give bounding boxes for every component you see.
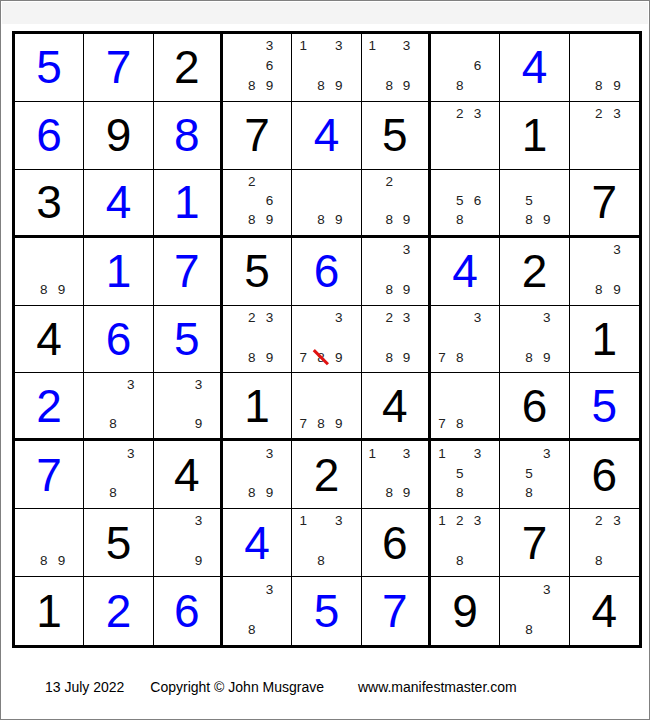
cell-r3c5[interactable]: 89 (292, 170, 361, 238)
cell-r7c9[interactable]: 6 (570, 441, 639, 509)
cell-r2c2[interactable]: 9 (84, 102, 153, 170)
given-digit: 1 (15, 577, 83, 645)
candidate-5 (312, 328, 330, 348)
candidate-5 (451, 56, 469, 76)
cell-r5c3[interactable]: 5 (154, 306, 223, 374)
candidate-7 (433, 210, 451, 229)
candidate-grid: 3689 (223, 34, 291, 101)
candidate-3 (608, 36, 626, 56)
candidate-6 (330, 328, 348, 348)
given-digit: 6 (500, 373, 568, 438)
candidate-3 (469, 172, 487, 191)
candidate-4 (502, 191, 520, 210)
candidate-9 (538, 620, 556, 640)
candidate-7 (17, 280, 35, 300)
candidate-grid: 38 (500, 577, 568, 645)
candidate-1 (294, 308, 312, 328)
candidate-grid: 589 (500, 170, 568, 235)
candidate-6 (398, 463, 415, 483)
candidate-2 (312, 511, 330, 531)
cell-r4c9[interactable]: 389 (570, 238, 639, 306)
candidate-3: 3 (261, 579, 279, 599)
cell-r1c4[interactable]: 3689 (223, 34, 292, 102)
candidate-6 (53, 531, 71, 551)
candidate-grid: 39 (154, 373, 220, 438)
cell-r2c8[interactable]: 1 (500, 102, 569, 170)
candidate-6 (190, 395, 207, 414)
candidate-7 (502, 620, 520, 640)
candidate-1 (502, 579, 520, 599)
candidate-7 (502, 483, 520, 503)
candidate-3: 3 (398, 443, 415, 463)
candidate-4 (225, 56, 243, 76)
candidate-3: 3 (538, 443, 556, 463)
cell-r2c7[interactable]: 23 (431, 102, 500, 170)
candidate-9: 9 (330, 210, 348, 229)
candidate-3: 3 (190, 511, 207, 531)
candidate-3: 3 (469, 443, 487, 463)
solved-digit: 7 (84, 34, 152, 101)
candidate-7 (294, 551, 312, 571)
candidate-2 (381, 443, 398, 463)
candidate-3: 3 (469, 511, 487, 531)
candidate-9: 9 (398, 483, 415, 503)
candidate-4 (294, 191, 312, 210)
candidate-3: 3 (330, 308, 348, 328)
cell-r8c9[interactable]: 238 (570, 509, 639, 577)
candidate-2 (312, 375, 330, 394)
cell-r3c3[interactable]: 1 (154, 170, 223, 238)
candidate-6 (122, 395, 140, 414)
candidate-grid: 1389 (362, 441, 428, 508)
candidate-7 (364, 483, 381, 503)
candidate-5 (312, 395, 330, 414)
cell-r6c1[interactable]: 2 (15, 373, 84, 441)
candidate-5 (243, 463, 261, 483)
candidate-8: 8 (590, 551, 608, 571)
candidate-1 (225, 172, 243, 191)
cell-r3c4[interactable]: 2689 (223, 170, 292, 238)
candidate-4 (364, 328, 381, 348)
candidate-9: 9 (261, 347, 279, 367)
cell-r2c3[interactable]: 8 (154, 102, 223, 170)
candidate-7 (572, 76, 590, 96)
candidate-grid: 389 (223, 441, 291, 508)
given-digit: 1 (570, 306, 639, 373)
cell-r3c6[interactable]: 289 (362, 170, 431, 238)
candidate-4 (294, 395, 312, 414)
given-digit: 7 (570, 170, 639, 235)
cell-r6c6[interactable]: 4 (362, 373, 431, 441)
candidate-4 (433, 395, 451, 414)
cell-r5c9[interactable]: 1 (570, 306, 639, 374)
cell-r9c8[interactable]: 38 (500, 577, 569, 645)
candidate-7 (364, 210, 381, 229)
cell-r3c2[interactable]: 4 (84, 170, 153, 238)
candidate-2: 2 (243, 172, 261, 191)
candidate-9: 9 (398, 280, 415, 300)
candidate-2 (451, 308, 469, 328)
cell-r7c6[interactable]: 1389 (362, 441, 431, 509)
candidate-2 (381, 240, 398, 260)
cell-r1c7[interactable]: 68 (431, 34, 500, 102)
candidate-2 (590, 240, 608, 260)
candidate-4 (364, 56, 381, 76)
candidate-8: 8 (381, 483, 398, 503)
cell-r7c8[interactable]: 358 (500, 441, 569, 509)
solved-digit: 2 (15, 373, 83, 438)
candidate-9: 9 (330, 414, 348, 433)
cell-r7c2[interactable]: 38 (84, 441, 153, 509)
candidate-1 (502, 308, 520, 328)
candidate-7 (156, 551, 173, 571)
candidate-4 (433, 124, 451, 144)
candidate-1 (86, 443, 104, 463)
candidate-grid: 2689 (223, 170, 291, 235)
candidate-8: 8 (104, 483, 122, 503)
candidate-grid: 389 (570, 238, 639, 305)
cell-r5c6[interactable]: 2389 (362, 306, 431, 374)
cell-r6c2[interactable]: 38 (84, 373, 153, 441)
candidate-8: 8 (104, 414, 122, 433)
candidate-8-yellow-circle: 8 (312, 414, 330, 433)
cell-r5c7[interactable]: 378 (431, 306, 500, 374)
candidate-7 (502, 347, 520, 367)
cell-r9c1[interactable]: 1 (15, 577, 84, 645)
cell-r9c2[interactable]: 2 (84, 577, 153, 645)
candidate-5 (104, 463, 122, 483)
cell-r8c1[interactable]: 89 (15, 509, 84, 577)
candidate-2 (451, 36, 469, 56)
cell-r4c3[interactable]: 7 (154, 238, 223, 306)
cell-r1c8[interactable]: 4 (500, 34, 569, 102)
cell-r3c7[interactable]: 568 (431, 170, 500, 238)
candidate-1 (433, 375, 451, 394)
candidate-2: 2 (381, 172, 398, 191)
candidate-7 (572, 551, 590, 571)
cell-r6c7[interactable]: 78 (431, 373, 500, 441)
candidate-grid: 38 (84, 373, 152, 438)
cell-r9c3[interactable]: 6 (154, 577, 223, 645)
top-strip (2, 2, 648, 24)
candidate-8: 8 (451, 210, 469, 229)
candidate-6 (538, 463, 556, 483)
candidate-9 (469, 210, 487, 229)
candidate-1 (294, 172, 312, 191)
cell-r5c5[interactable]: 3789 (292, 306, 361, 374)
cell-r4c7[interactable]: 4 (431, 238, 500, 306)
candidate-1 (17, 240, 35, 260)
candidate-9 (261, 620, 279, 640)
cell-r9c5[interactable]: 5 (292, 577, 361, 645)
sudoku-board: 5723689138913896848969874523123341268989… (12, 31, 642, 648)
candidate-grid: 789 (292, 373, 360, 438)
candidate-7 (225, 620, 243, 640)
candidate-3: 3 (398, 36, 415, 56)
cell-r4c4[interactable]: 5 (223, 238, 292, 306)
candidate-grid: 89 (15, 238, 83, 305)
candidate-7 (17, 551, 35, 571)
candidate-6 (538, 191, 556, 210)
candidate-5 (451, 531, 469, 551)
candidate-4 (502, 463, 520, 483)
candidate-2: 2 (590, 104, 608, 124)
candidate-8: 8 (243, 210, 261, 229)
solved-digit: 8 (154, 102, 220, 169)
candidate-5 (381, 328, 398, 348)
candidate-4 (225, 463, 243, 483)
candidate-7-yellow-circle: 7 (294, 347, 312, 367)
candidate-3: 3 (122, 375, 140, 394)
candidate-1 (17, 511, 35, 531)
candidate-3 (261, 172, 279, 191)
candidate-2 (173, 511, 190, 531)
candidate-7 (86, 414, 104, 433)
candidate-6 (330, 395, 348, 414)
cell-r8c3[interactable]: 39 (154, 509, 223, 577)
cell-r8c2[interactable]: 5 (84, 509, 153, 577)
given-digit: 4 (570, 577, 639, 645)
candidate-6 (608, 260, 626, 280)
candidate-6 (261, 599, 279, 619)
cell-r7c7[interactable]: 1358 (431, 441, 500, 509)
cell-r7c1[interactable]: 7 (15, 441, 84, 509)
cell-r6c4[interactable]: 1 (223, 373, 292, 441)
candidate-grid: 138 (292, 509, 360, 576)
candidate-1 (502, 172, 520, 191)
cell-r1c9[interactable]: 89 (570, 34, 639, 102)
candidate-grid: 1389 (362, 34, 428, 101)
candidate-6 (608, 56, 626, 76)
candidate-6 (53, 260, 71, 280)
cell-r2c4[interactable]: 7 (223, 102, 292, 170)
candidate-7 (294, 76, 312, 96)
candidate-3: 3 (469, 104, 487, 124)
given-digit: 6 (362, 509, 428, 576)
candidate-5 (381, 56, 398, 76)
candidate-grid: 358 (500, 441, 568, 508)
candidate-1: 1 (364, 36, 381, 56)
cell-r6c3[interactable]: 39 (154, 373, 223, 441)
cell-r5c2[interactable]: 6 (84, 306, 153, 374)
cell-r3c9[interactable]: 7 (570, 170, 639, 238)
candidate-9: 9 (398, 210, 415, 229)
candidate-7 (433, 483, 451, 503)
solved-digit: 6 (154, 577, 220, 645)
candidate-1 (156, 375, 173, 394)
solved-digit: 7 (15, 441, 83, 508)
candidate-3: 3 (608, 104, 626, 124)
candidate-4 (225, 191, 243, 210)
given-digit: 2 (292, 441, 360, 508)
solved-digit: 7 (154, 238, 220, 305)
candidate-8: 8 (381, 210, 398, 229)
candidate-4 (294, 56, 312, 76)
cell-r7c4[interactable]: 389 (223, 441, 292, 509)
candidate-8: 8 (520, 483, 538, 503)
candidate-6 (261, 328, 279, 348)
cell-r6c8[interactable]: 6 (500, 373, 569, 441)
candidate-7-yellow-circle: 7 (294, 414, 312, 433)
candidate-7 (572, 144, 590, 164)
cell-r9c9[interactable]: 4 (570, 577, 639, 645)
cell-r2c5[interactable]: 4 (292, 102, 361, 170)
cell-r8c6[interactable]: 6 (362, 509, 431, 577)
cell-r7c3[interactable]: 4 (154, 441, 223, 509)
cell-r1c5[interactable]: 1389 (292, 34, 361, 102)
candidate-grid: 78 (431, 373, 499, 438)
given-digit: 4 (362, 373, 428, 438)
cell-r9c7[interactable]: 9 (431, 577, 500, 645)
cell-r1c1[interactable]: 5 (15, 34, 84, 102)
candidate-3: 3 (261, 443, 279, 463)
cell-r1c6[interactable]: 1389 (362, 34, 431, 102)
candidate-8 (590, 144, 608, 164)
cell-r4c8[interactable]: 2 (500, 238, 569, 306)
candidate-4 (86, 463, 104, 483)
solved-digit: 6 (15, 102, 83, 169)
candidate-9 (469, 414, 487, 433)
candidate-9: 9 (53, 551, 71, 571)
cell-r5c8[interactable]: 389 (500, 306, 569, 374)
given-digit: 6 (570, 441, 639, 508)
cell-r5c1[interactable]: 4 (15, 306, 84, 374)
candidate-5 (173, 395, 190, 414)
candidate-1: 1 (294, 511, 312, 531)
candidate-3 (53, 511, 71, 531)
candidate-grid: 68 (431, 34, 499, 101)
candidate-5 (590, 260, 608, 280)
candidate-1 (572, 240, 590, 260)
given-digit: 5 (84, 509, 152, 576)
cell-r8c4[interactable]: 4 (223, 509, 292, 577)
candidate-7 (502, 210, 520, 229)
cell-r4c5[interactable]: 6 (292, 238, 361, 306)
candidate-8: 8 (35, 551, 53, 571)
candidate-6 (469, 124, 487, 144)
candidate-2: 2 (243, 308, 261, 328)
cell-r3c1[interactable]: 3 (15, 170, 84, 238)
cell-r3c8[interactable]: 589 (500, 170, 569, 238)
cell-r4c1[interactable]: 89 (15, 238, 84, 306)
candidate-6 (469, 463, 487, 483)
candidate-9: 9 (190, 414, 207, 433)
candidate-6 (538, 599, 556, 619)
candidate-1 (433, 104, 451, 124)
candidate-grid: 1389 (292, 34, 360, 101)
candidate-3 (330, 172, 348, 191)
given-digit: 5 (223, 238, 291, 305)
candidate-9: 9 (53, 280, 71, 300)
candidate-2: 2 (451, 511, 469, 531)
solved-digit: 1 (154, 170, 220, 235)
candidate-1 (364, 240, 381, 260)
candidate-2: 2 (451, 104, 469, 124)
candidate-6: 6 (261, 56, 279, 76)
cell-r4c2[interactable]: 1 (84, 238, 153, 306)
candidate-2 (451, 172, 469, 191)
cell-r2c1[interactable]: 6 (15, 102, 84, 170)
candidate-grid: 23 (431, 102, 499, 169)
solved-digit: 6 (292, 238, 360, 305)
candidate-1 (572, 36, 590, 56)
cell-r8c8[interactable]: 7 (500, 509, 569, 577)
cell-r1c2[interactable]: 7 (84, 34, 153, 102)
candidate-3 (469, 36, 487, 56)
candidate-5 (243, 599, 261, 619)
candidate-5 (381, 463, 398, 483)
cell-r2c6[interactable]: 5 (362, 102, 431, 170)
cell-r4c6[interactable]: 389 (362, 238, 431, 306)
candidate-4 (433, 328, 451, 348)
cell-r6c5[interactable]: 789 (292, 373, 361, 441)
candidate-1: 1 (294, 36, 312, 56)
solved-digit: 2 (84, 577, 152, 645)
candidate-8-yellow-circle: 8 (451, 347, 469, 367)
cell-r2c9[interactable]: 23 (570, 102, 639, 170)
cell-r9c6[interactable]: 7 (362, 577, 431, 645)
candidate-5 (381, 191, 398, 210)
sudoku-page: 5723689138913896848969874523123341268989… (0, 0, 650, 720)
solved-digit: 1 (84, 238, 152, 305)
cell-r9c4[interactable]: 38 (223, 577, 292, 645)
candidate-4 (17, 531, 35, 551)
given-digit: 4 (15, 306, 83, 373)
solved-digit: 4 (431, 238, 499, 305)
candidate-3: 3 (608, 511, 626, 531)
cell-r6c9[interactable]: 5 (570, 373, 639, 441)
candidate-4 (225, 328, 243, 348)
candidate-7-yellow-circle: 7 (433, 414, 451, 433)
candidate-grid: 378 (431, 306, 499, 373)
candidate-2 (520, 443, 538, 463)
candidate-7 (433, 76, 451, 96)
candidate-7 (433, 144, 451, 164)
candidate-2 (173, 375, 190, 394)
candidate-5 (381, 260, 398, 280)
candidate-4 (364, 191, 381, 210)
solved-digit: 4 (500, 34, 568, 101)
candidate-6 (469, 395, 487, 414)
candidate-1 (225, 308, 243, 328)
candidate-5: 5 (451, 463, 469, 483)
candidate-9 (608, 551, 626, 571)
candidate-6 (398, 328, 415, 348)
cell-r1c3[interactable]: 2 (154, 34, 223, 102)
given-digit: 9 (431, 577, 499, 645)
candidate-3: 3 (190, 375, 207, 394)
given-digit: 1 (223, 373, 291, 438)
candidate-5 (312, 531, 330, 551)
solved-digit: 6 (84, 306, 152, 373)
candidate-8: 8 (243, 620, 261, 640)
candidate-7 (225, 483, 243, 503)
candidate-7-yellow-circle: 7 (433, 347, 451, 367)
candidate-1 (502, 443, 520, 463)
cell-r8c5[interactable]: 138 (292, 509, 361, 577)
candidate-3: 3 (261, 308, 279, 328)
candidate-9 (122, 483, 140, 503)
cell-r8c7[interactable]: 1238 (431, 509, 500, 577)
solved-digit: 5 (292, 577, 360, 645)
cell-r5c4[interactable]: 2389 (223, 306, 292, 374)
candidate-grid: 289 (362, 170, 428, 235)
candidate-2 (451, 375, 469, 394)
candidate-7 (86, 483, 104, 503)
cell-r7c5[interactable]: 2 (292, 441, 361, 509)
candidate-5 (173, 531, 190, 551)
candidate-5 (312, 56, 330, 76)
